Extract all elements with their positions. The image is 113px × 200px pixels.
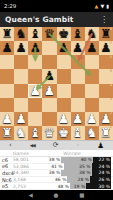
black-king[interactable]: ♚ <box>58 27 69 41</box>
explorer-row-e5[interactable]: e52,75348 %19 %30 % <box>0 183 113 190</box>
white-pct: 46 % <box>31 176 67 183</box>
rank-label: 7 <box>110 42 112 46</box>
phone-screen: 2:29 ▲▼▮ Queen's Gambit ⋮ ♜♞♝♛♚♝♞♜8♟♟♟♟♟… <box>0 0 113 200</box>
white-pct: 38 % <box>31 157 61 164</box>
rank-label: 4 <box>110 84 112 88</box>
square-g6[interactable] <box>85 55 99 69</box>
square-b7[interactable]: ♟ <box>14 41 28 55</box>
square-a3[interactable] <box>0 98 14 112</box>
app-bar: Queen's Gambit ⋮ <box>0 12 113 27</box>
square-f5[interactable] <box>71 69 85 83</box>
black-queen[interactable]: ♛ <box>44 27 55 41</box>
square-a8[interactable]: ♜ <box>0 27 14 41</box>
square-a5[interactable] <box>0 69 14 83</box>
square-h7[interactable]: ♟7 <box>99 41 113 55</box>
black-pawn[interactable]: ♟ <box>44 69 55 83</box>
wifi-icon: ▼ <box>100 3 104 9</box>
black-rook[interactable]: ♜ <box>100 27 111 41</box>
battery-icon: ▮ <box>106 3 109 9</box>
reset-refresh-icon[interactable]: ⟳ <box>53 141 59 150</box>
square-f4[interactable] <box>71 84 85 98</box>
explorer-toolbar: ‹ ◀◀ ⟳ › ♟ <box>0 140 113 150</box>
white-bishop[interactable]: ♝ <box>30 126 41 140</box>
square-a2[interactable]: ♟ <box>0 112 14 126</box>
black-pct: 24 % <box>92 170 111 177</box>
draw-pct: 35 % <box>64 163 92 170</box>
rank-label: 1 <box>110 126 112 130</box>
winrate-bar: 41 %35 %24 % <box>31 163 111 170</box>
square-a7[interactable]: ♟ <box>0 41 14 55</box>
games-count: 58,001 <box>13 157 31 162</box>
overflow-menu-icon[interactable]: ⋮ <box>100 15 108 24</box>
square-f8[interactable]: ♝ <box>71 27 85 41</box>
draw-pct: 28 % <box>67 176 90 183</box>
square-h1[interactable]: ♜1 <box>99 126 113 140</box>
games-count: 53,086 <box>13 164 31 169</box>
black-knight[interactable]: ♞ <box>86 27 97 41</box>
square-b3[interactable] <box>14 98 28 112</box>
white-pct: 38 % <box>31 170 61 177</box>
white-king[interactable]: ♚ <box>58 126 69 140</box>
square-g3[interactable] <box>85 98 99 112</box>
rank-label: 3 <box>110 98 112 102</box>
black-rook[interactable]: ♜ <box>1 27 12 41</box>
square-e7[interactable]: ♟ <box>57 41 71 55</box>
square-e1[interactable]: ♚ <box>57 126 71 140</box>
square-g1[interactable]: ♞ <box>85 126 99 140</box>
square-h2[interactable]: ♟2 <box>99 112 113 126</box>
square-d7[interactable] <box>42 41 56 55</box>
black-pct: 30 % <box>86 183 111 190</box>
games-count: 2,753 <box>13 184 31 189</box>
android-nav-bar: ◀ ● ■ <box>0 190 113 200</box>
black-pawn[interactable]: ♟ <box>16 41 27 55</box>
black-pawn-side-icon[interactable]: ♟ <box>97 141 104 150</box>
square-e6[interactable] <box>57 55 71 69</box>
move-label: Nc6 <box>0 177 13 183</box>
white-knight[interactable]: ♞ <box>16 126 27 140</box>
white-pawn[interactable]: ♟ <box>1 112 12 126</box>
square-g8[interactable]: ♞ <box>85 27 99 41</box>
square-f2[interactable]: ♟ <box>71 112 85 126</box>
winrate-column-header: Winrate <box>31 151 113 156</box>
rewind-icon[interactable]: ◀◀ <box>30 141 35 150</box>
square-a1[interactable]: ♜ <box>0 126 14 140</box>
square-c6[interactable] <box>28 55 42 69</box>
square-d3[interactable] <box>42 98 56 112</box>
black-pawn[interactable]: ♟ <box>30 41 41 55</box>
white-queen[interactable]: ♛ <box>44 126 55 140</box>
back-chevron-icon[interactable]: ‹ <box>9 141 12 150</box>
rank-label: 8 <box>110 28 112 32</box>
white-pawn[interactable]: ♟ <box>44 84 55 98</box>
white-pawn[interactable]: ♟ <box>86 112 97 126</box>
square-f7[interactable]: ♟ <box>71 41 85 55</box>
square-h8[interactable]: ♜8 <box>99 27 113 41</box>
black-bishop[interactable]: ♝ <box>30 27 41 41</box>
move-label: dxc4 <box>0 170 13 176</box>
square-c4[interactable]: ♟ <box>28 84 42 98</box>
square-e4[interactable] <box>57 84 71 98</box>
nav-recents-icon[interactable]: ■ <box>79 190 84 200</box>
square-c5[interactable] <box>28 69 42 83</box>
games-count: 3,168 <box>13 177 31 182</box>
black-pawn[interactable]: ♟ <box>100 41 111 55</box>
black-knight[interactable]: ♞ <box>16 27 27 41</box>
square-c2[interactable] <box>28 112 42 126</box>
draw-pct: 19 % <box>70 183 86 190</box>
square-d5[interactable]: ♟ <box>42 69 56 83</box>
square-b1[interactable]: ♞ <box>14 126 28 140</box>
white-pawn[interactable]: ♟ <box>100 112 111 126</box>
move-label: e5 <box>0 183 13 189</box>
black-bishop[interactable]: ♝ <box>72 27 83 41</box>
square-d2[interactable] <box>42 112 56 126</box>
draw-pct: 40 % <box>61 157 93 164</box>
white-rook[interactable]: ♜ <box>100 126 111 140</box>
black-pawn[interactable]: ♟ <box>72 41 83 55</box>
status-bar: 2:29 ▲▼▮ <box>0 0 113 12</box>
square-f1[interactable]: ♝ <box>71 126 85 140</box>
square-e2[interactable]: ♟ <box>57 112 71 126</box>
rank-label: 5 <box>110 70 112 74</box>
status-time: 2:29 <box>4 3 16 9</box>
square-d4[interactable]: ♟ <box>42 84 56 98</box>
white-pawn[interactable]: ♟ <box>58 112 69 126</box>
white-rook[interactable]: ♜ <box>1 126 12 140</box>
status-icons: ▲▼▮ <box>93 3 109 9</box>
square-f3[interactable] <box>71 98 85 112</box>
square-e5[interactable] <box>57 69 71 83</box>
square-h6[interactable]: 6 <box>99 55 113 69</box>
square-b4[interactable] <box>14 84 28 98</box>
white-knight[interactable]: ♞ <box>86 126 97 140</box>
nav-home-icon[interactable]: ● <box>54 190 59 200</box>
white-pawn[interactable]: ♟ <box>30 84 41 98</box>
black-pawn[interactable]: ♟ <box>58 41 69 55</box>
black-pct: 26 % <box>90 176 111 183</box>
draw-pct: 38 % <box>61 170 91 177</box>
winrate-bar: 48 %19 %30 % <box>31 183 111 190</box>
square-d6[interactable] <box>42 55 56 69</box>
square-b8[interactable]: ♞ <box>14 27 28 41</box>
square-h4[interactable]: 4 <box>99 84 113 98</box>
square-b2[interactable]: ♟ <box>14 112 28 126</box>
square-c7[interactable]: ♟ <box>28 41 42 55</box>
black-pawn[interactable]: ♟ <box>86 41 97 55</box>
white-pawn[interactable]: ♟ <box>16 112 27 126</box>
white-pawn[interactable]: ♟ <box>72 112 83 126</box>
black-pct: 24 % <box>92 163 111 170</box>
chess-board[interactable]: ♜♞♝♛♚♝♞♜8♟♟♟♟♟♟♟76♟5♟♟43♟♟♟♟♟♟2♜♞♝♛♚♝♞♜1 <box>0 27 113 140</box>
nav-back-icon[interactable]: ◀ <box>28 190 32 200</box>
winrate-bar: 38 %38 %24 % <box>31 170 111 177</box>
black-pawn[interactable]: ♟ <box>1 41 12 55</box>
square-g5[interactable] <box>85 69 99 83</box>
square-e8[interactable]: ♚ <box>57 27 71 41</box>
square-d1[interactable]: ♛ <box>42 126 56 140</box>
square-h5[interactable]: 5 <box>99 69 113 83</box>
network-alert-icon: ▲ <box>95 3 99 9</box>
square-e3[interactable] <box>57 98 71 112</box>
winrate-bar: 38 %40 %22 % <box>31 157 111 164</box>
square-b5[interactable] <box>14 69 28 83</box>
square-d8[interactable]: ♛ <box>42 27 56 41</box>
square-c8[interactable]: ♝ <box>28 27 42 41</box>
forward-chevron-icon[interactable]: › <box>77 141 80 150</box>
page-title: Queen's Gambit <box>5 15 74 24</box>
move-label: c6 <box>0 157 13 163</box>
square-g2[interactable]: ♟ <box>85 112 99 126</box>
square-c3[interactable] <box>28 98 42 112</box>
games-column-header: Games <box>0 151 31 156</box>
square-g4[interactable] <box>85 84 99 98</box>
square-h3[interactable]: 3 <box>99 98 113 112</box>
square-c1[interactable]: ♝ <box>28 126 42 140</box>
white-pct: 48 % <box>31 183 70 190</box>
square-b6[interactable] <box>14 55 28 69</box>
black-pct: 22 % <box>93 157 111 164</box>
opening-explorer-table: Games Winrate c658,00138 %40 %22 %e653,0… <box>0 150 113 190</box>
white-bishop[interactable]: ♝ <box>72 126 83 140</box>
white-pct: 41 % <box>31 163 64 170</box>
move-label: e6 <box>0 163 13 169</box>
square-f6[interactable] <box>71 55 85 69</box>
square-a4[interactable] <box>0 84 14 98</box>
winrate-bar: 46 %28 %26 % <box>31 176 111 183</box>
rank-label: 2 <box>110 112 112 116</box>
rank-label: 6 <box>110 56 112 60</box>
games-count: 14,340 <box>13 170 31 175</box>
square-a6[interactable] <box>0 55 14 69</box>
square-g7[interactable]: ♟ <box>85 41 99 55</box>
